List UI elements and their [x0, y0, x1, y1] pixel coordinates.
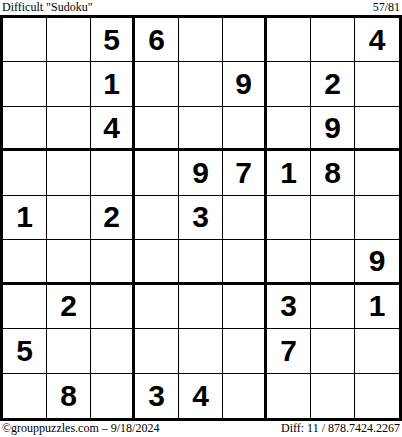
cell-r6c9[interactable]: 9 — [355, 240, 399, 284]
cell-r9c7[interactable] — [267, 374, 311, 418]
cell-r6c6[interactable] — [223, 240, 267, 284]
empty-cells-counter: 57/81 — [373, 1, 400, 14]
cell-r6c2[interactable] — [47, 240, 91, 284]
cell-r5c7[interactable] — [267, 196, 311, 240]
footer: ©grouppuzzles.com – 9/18/2024 Diff: 11 /… — [0, 421, 402, 437]
cell-r5c8[interactable] — [311, 196, 355, 240]
cell-r8c7[interactable]: 7 — [267, 329, 311, 373]
cell-r6c7[interactable] — [267, 240, 311, 284]
cell-r9c5[interactable]: 4 — [179, 374, 223, 418]
cell-r7c2[interactable]: 2 — [47, 285, 91, 329]
cell-r1c9[interactable]: 4 — [355, 18, 399, 62]
cell-r8c4[interactable] — [135, 329, 179, 373]
cell-r3c9[interactable] — [355, 107, 399, 151]
cell-r2c8[interactable]: 2 — [311, 62, 355, 106]
cell-r9c1[interactable] — [3, 374, 47, 418]
cell-r2c3[interactable]: 1 — [91, 62, 135, 106]
cell-r7c5[interactable] — [179, 285, 223, 329]
cell-r1c2[interactable] — [47, 18, 91, 62]
cell-r3c2[interactable] — [47, 107, 91, 151]
cell-r5c4[interactable] — [135, 196, 179, 240]
cell-r9c3[interactable] — [91, 374, 135, 418]
cell-r1c3[interactable]: 5 — [91, 18, 135, 62]
cell-r1c6[interactable] — [223, 18, 267, 62]
cell-r2c4[interactable] — [135, 62, 179, 106]
cell-r9c9[interactable] — [355, 374, 399, 418]
cell-r4c1[interactable] — [3, 151, 47, 195]
cell-r9c8[interactable] — [311, 374, 355, 418]
cell-r7c7[interactable]: 3 — [267, 285, 311, 329]
cell-r3c3[interactable]: 4 — [91, 107, 135, 151]
cell-r3c4[interactable] — [135, 107, 179, 151]
cell-r3c7[interactable] — [267, 107, 311, 151]
sudoku-page: Difficult "Sudoku" 57/81 564192499718123… — [0, 0, 402, 437]
cell-r4c2[interactable] — [47, 151, 91, 195]
cell-r4c9[interactable] — [355, 151, 399, 195]
difficulty-text: Diff: 11 / 878.7424.2267 — [281, 422, 400, 435]
cell-r4c5[interactable]: 9 — [179, 151, 223, 195]
cell-r5c5[interactable]: 3 — [179, 196, 223, 240]
cell-r2c7[interactable] — [267, 62, 311, 106]
cell-r7c8[interactable] — [311, 285, 355, 329]
cell-r6c1[interactable] — [3, 240, 47, 284]
cell-r7c9[interactable]: 1 — [355, 285, 399, 329]
cell-r2c1[interactable] — [3, 62, 47, 106]
cell-r3c6[interactable] — [223, 107, 267, 151]
cell-r3c5[interactable] — [179, 107, 223, 151]
page-title: Difficult "Sudoku" — [2, 1, 93, 14]
cell-r4c8[interactable]: 8 — [311, 151, 355, 195]
cell-r1c4[interactable]: 6 — [135, 18, 179, 62]
cell-r4c7[interactable]: 1 — [267, 151, 311, 195]
sudoku-grid: 564192499718123923157834 — [0, 15, 402, 421]
cell-r8c2[interactable] — [47, 329, 91, 373]
cell-r1c1[interactable] — [3, 18, 47, 62]
cell-r6c3[interactable] — [91, 240, 135, 284]
cell-r7c1[interactable] — [3, 285, 47, 329]
cell-r8c8[interactable] — [311, 329, 355, 373]
cell-r8c3[interactable] — [91, 329, 135, 373]
cell-r7c4[interactable] — [135, 285, 179, 329]
cell-r8c6[interactable] — [223, 329, 267, 373]
cell-r2c2[interactable] — [47, 62, 91, 106]
cell-r6c8[interactable] — [311, 240, 355, 284]
cell-r5c1[interactable]: 1 — [3, 196, 47, 240]
cell-r1c8[interactable] — [311, 18, 355, 62]
cell-r6c5[interactable] — [179, 240, 223, 284]
cell-r8c9[interactable] — [355, 329, 399, 373]
cell-r5c9[interactable] — [355, 196, 399, 240]
cell-r8c1[interactable]: 5 — [3, 329, 47, 373]
cell-r5c6[interactable] — [223, 196, 267, 240]
cell-r5c2[interactable] — [47, 196, 91, 240]
cell-r7c3[interactable] — [91, 285, 135, 329]
cell-r8c5[interactable] — [179, 329, 223, 373]
cell-r4c4[interactable] — [135, 151, 179, 195]
copyright-text: ©grouppuzzles.com – 9/18/2024 — [2, 422, 159, 435]
cell-r9c6[interactable] — [223, 374, 267, 418]
cell-r1c5[interactable] — [179, 18, 223, 62]
cell-r2c5[interactable] — [179, 62, 223, 106]
cell-r2c6[interactable]: 9 — [223, 62, 267, 106]
cell-r4c3[interactable] — [91, 151, 135, 195]
cell-r7c6[interactable] — [223, 285, 267, 329]
cell-r3c1[interactable] — [3, 107, 47, 151]
cell-r9c2[interactable]: 8 — [47, 374, 91, 418]
cell-r6c4[interactable] — [135, 240, 179, 284]
header: Difficult "Sudoku" 57/81 — [0, 0, 402, 15]
cell-r3c8[interactable]: 9 — [311, 107, 355, 151]
cell-r1c7[interactable] — [267, 18, 311, 62]
cell-r9c4[interactable]: 3 — [135, 374, 179, 418]
cell-r2c9[interactable] — [355, 62, 399, 106]
cell-r4c6[interactable]: 7 — [223, 151, 267, 195]
cell-r5c3[interactable]: 2 — [91, 196, 135, 240]
